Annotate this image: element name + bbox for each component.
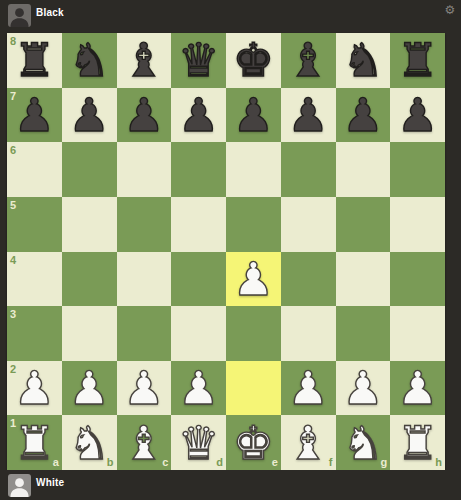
square-a7[interactable]: 7♟ [7,88,62,143]
piece-white-pawn[interactable]: ♟ [14,361,55,415]
piece-black-rook[interactable]: ♜ [14,33,55,87]
square-e4[interactable]: ♟ [226,252,281,307]
piece-black-pawn[interactable]: ♟ [233,88,274,142]
file-label-f: f [329,457,333,468]
square-d8[interactable]: ♛ [171,33,226,88]
square-a4[interactable]: 4 [7,252,62,307]
rank-label-6: 6 [10,145,16,156]
square-g4[interactable] [336,252,391,307]
square-b7[interactable]: ♟ [62,88,117,143]
piece-black-bishop[interactable]: ♝ [288,33,329,87]
black-player-name: Black [36,7,64,18]
piece-black-pawn[interactable]: ♟ [397,88,438,142]
piece-white-pawn[interactable]: ♟ [233,252,274,306]
square-a3[interactable]: 3 [7,306,62,361]
square-c2[interactable]: ♟ [117,361,172,416]
square-e1[interactable]: e♚ [226,415,281,470]
piece-white-bishop[interactable]: ♝ [123,416,164,470]
square-c1[interactable]: c♝ [117,415,172,470]
square-f6[interactable] [281,142,336,197]
piece-white-pawn[interactable]: ♟ [69,361,110,415]
black-player-bar: Black ⚙ [0,0,461,33]
square-b4[interactable] [62,252,117,307]
piece-white-queen[interactable]: ♛ [178,416,219,470]
square-f8[interactable]: ♝ [281,33,336,88]
square-h1[interactable]: h♜ [390,415,445,470]
person-icon [8,4,31,27]
square-b2[interactable]: ♟ [62,361,117,416]
white-avatar [8,474,31,497]
settings-gear-icon[interactable]: ⚙ [443,3,457,17]
square-d2[interactable]: ♟ [171,361,226,416]
square-f7[interactable]: ♟ [281,88,336,143]
piece-black-king[interactable]: ♚ [233,33,274,87]
square-a8[interactable]: 8♜ [7,33,62,88]
rank-label-5: 5 [10,200,16,211]
square-g1[interactable]: g♞ [336,415,391,470]
square-b1[interactable]: b♞ [62,415,117,470]
piece-black-pawn[interactable]: ♟ [123,88,164,142]
square-f1[interactable]: f♝ [281,415,336,470]
square-g5[interactable] [336,197,391,252]
square-h3[interactable] [390,306,445,361]
square-e2[interactable] [226,361,281,416]
square-e3[interactable] [226,306,281,361]
black-avatar [8,4,31,27]
rank-label-4: 4 [10,255,16,266]
square-h8[interactable]: ♜ [390,33,445,88]
square-e5[interactable] [226,197,281,252]
piece-black-rook[interactable]: ♜ [397,33,438,87]
white-player-bar: White [0,470,461,500]
square-b3[interactable] [62,306,117,361]
piece-white-pawn[interactable]: ♟ [123,361,164,415]
square-c3[interactable] [117,306,172,361]
square-f5[interactable] [281,197,336,252]
square-d7[interactable]: ♟ [171,88,226,143]
square-e7[interactable]: ♟ [226,88,281,143]
chess-board: 8♜♞♝♛♚♝♞♜7♟♟♟♟♟♟♟♟654♟32♟♟♟♟♟♟♟1a♜b♞c♝d♛… [7,33,445,470]
piece-black-pawn[interactable]: ♟ [342,88,383,142]
piece-white-bishop[interactable]: ♝ [288,416,329,470]
square-f2[interactable]: ♟ [281,361,336,416]
square-b6[interactable] [62,142,117,197]
square-a6[interactable]: 6 [7,142,62,197]
square-d6[interactable] [171,142,226,197]
piece-white-pawn[interactable]: ♟ [397,361,438,415]
square-h2[interactable]: ♟ [390,361,445,416]
square-c5[interactable] [117,197,172,252]
square-h6[interactable] [390,142,445,197]
square-c7[interactable]: ♟ [117,88,172,143]
piece-black-pawn[interactable]: ♟ [288,88,329,142]
piece-white-pawn[interactable]: ♟ [342,361,383,415]
piece-black-bishop[interactable]: ♝ [123,33,164,87]
square-b5[interactable] [62,197,117,252]
square-d3[interactable] [171,306,226,361]
piece-white-rook[interactable]: ♜ [397,416,438,470]
square-e8[interactable]: ♚ [226,33,281,88]
square-g7[interactable]: ♟ [336,88,391,143]
square-h7[interactable]: ♟ [390,88,445,143]
square-c8[interactable]: ♝ [117,33,172,88]
square-a2[interactable]: 2♟ [7,361,62,416]
square-g6[interactable] [336,142,391,197]
square-a5[interactable]: 5 [7,197,62,252]
square-d4[interactable] [171,252,226,307]
piece-white-pawn[interactable]: ♟ [178,361,219,415]
piece-white-pawn[interactable]: ♟ [288,361,329,415]
square-c6[interactable] [117,142,172,197]
piece-white-knight[interactable]: ♞ [69,416,110,470]
piece-black-knight[interactable]: ♞ [69,33,110,87]
piece-white-knight[interactable]: ♞ [342,416,383,470]
square-c4[interactable] [117,252,172,307]
square-h5[interactable] [390,197,445,252]
square-e6[interactable] [226,142,281,197]
piece-white-rook[interactable]: ♜ [14,416,55,470]
rank-label-3: 3 [10,309,16,320]
square-b8[interactable]: ♞ [62,33,117,88]
square-d5[interactable] [171,197,226,252]
square-h4[interactable] [390,252,445,307]
square-g3[interactable] [336,306,391,361]
piece-black-pawn[interactable]: ♟ [178,88,219,142]
square-g8[interactable]: ♞ [336,33,391,88]
piece-black-queen[interactable]: ♛ [178,33,219,87]
square-g2[interactable]: ♟ [336,361,391,416]
square-d1[interactable]: d♛ [171,415,226,470]
piece-black-pawn[interactable]: ♟ [14,88,55,142]
square-a1[interactable]: 1a♜ [7,415,62,470]
white-player-name: White [36,477,64,488]
person-icon [8,474,31,497]
piece-black-pawn[interactable]: ♟ [69,88,110,142]
square-f4[interactable] [281,252,336,307]
piece-black-knight[interactable]: ♞ [342,33,383,87]
square-f3[interactable] [281,306,336,361]
piece-white-king[interactable]: ♚ [233,416,274,470]
